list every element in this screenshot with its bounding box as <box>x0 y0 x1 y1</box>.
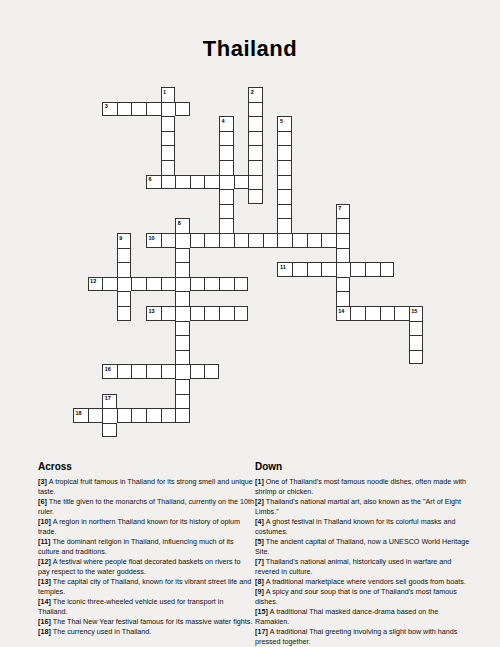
clue-item: [6] The title given to the monarchs of T… <box>38 497 254 517</box>
clue-item: [15] A traditional Thai masked dance-dra… <box>255 607 471 627</box>
grid-cell[interactable] <box>277 233 292 248</box>
clue-number: 11 <box>280 264 286 270</box>
grid-cell[interactable] <box>204 233 219 248</box>
clue-number: 18 <box>76 410 82 416</box>
grid-cell[interactable] <box>175 102 190 117</box>
clue-number: 8 <box>178 220 181 226</box>
grid-cell[interactable] <box>117 277 132 292</box>
grid-cell[interactable] <box>190 277 205 292</box>
grid-cell[interactable] <box>175 248 190 263</box>
grid-cell[interactable] <box>248 160 263 175</box>
grid-cell[interactable] <box>175 364 190 379</box>
grid-cell[interactable] <box>380 306 395 321</box>
grid-cell[interactable] <box>336 291 351 306</box>
grid-cell[interactable] <box>292 262 307 277</box>
grid-cell[interactable] <box>161 102 176 117</box>
grid-cell[interactable] <box>219 277 234 292</box>
clue-item: [16] The Thai New Year festival famous f… <box>38 617 254 627</box>
crossword-grid: 123456714891011121315161718 <box>73 87 423 437</box>
grid-cell[interactable] <box>117 408 132 423</box>
grid-cell[interactable] <box>131 408 146 423</box>
grid-cell[interactable] <box>175 379 190 394</box>
grid-cell[interactable] <box>365 306 380 321</box>
grid-cell[interactable] <box>190 306 205 321</box>
grid-cell[interactable] <box>277 175 292 190</box>
clue-number: 7 <box>338 205 341 211</box>
grid-cell[interactable] <box>88 408 103 423</box>
grid-cell[interactable] <box>204 277 219 292</box>
clue-section: Across [3] A tropical fruit famous in Th… <box>0 461 500 641</box>
grid-cell[interactable] <box>190 175 205 190</box>
grid-cell[interactable] <box>175 335 190 350</box>
grid-cell[interactable] <box>161 145 176 160</box>
grid-cell[interactable] <box>161 175 176 190</box>
grid-cell[interactable]: 11 <box>277 262 292 277</box>
grid-cell[interactable] <box>277 218 292 233</box>
grid-cell[interactable] <box>175 321 190 336</box>
grid-cell[interactable]: 12 <box>88 277 103 292</box>
grid-cell[interactable] <box>131 102 146 117</box>
grid-cell[interactable]: 9 <box>117 233 132 248</box>
grid-cell[interactable] <box>219 233 234 248</box>
clue-number: 10 <box>149 235 155 241</box>
clue-number: 17 <box>105 395 111 401</box>
grid-cell[interactable] <box>234 233 249 248</box>
grid-cell[interactable]: 4 <box>219 116 234 131</box>
clue-number: 2 <box>251 89 254 95</box>
grid-cell[interactable]: 17 <box>102 394 117 409</box>
grid-cell[interactable] <box>336 262 351 277</box>
clue-number: 6 <box>149 176 152 182</box>
grid-cell[interactable] <box>248 116 263 131</box>
grid-cell[interactable] <box>161 277 176 292</box>
grid-cell[interactable] <box>131 364 146 379</box>
clue-item: [13] The capital city of Thailand, known… <box>38 577 254 597</box>
grid-cell[interactable] <box>219 175 234 190</box>
grid-cell[interactable] <box>161 160 176 175</box>
grid-cell[interactable] <box>102 408 117 423</box>
grid-cell[interactable] <box>277 145 292 160</box>
clue-number: 15 <box>411 308 417 314</box>
grid-cell[interactable] <box>117 248 132 263</box>
grid-cell[interactable] <box>263 233 278 248</box>
grid-cell[interactable] <box>161 306 176 321</box>
grid-cell[interactable] <box>219 189 234 204</box>
grid-cell[interactable] <box>161 233 176 248</box>
clue-item: [2] Thailand's national martial art, als… <box>255 497 471 517</box>
grid-cell[interactable] <box>102 277 117 292</box>
grid-cell[interactable] <box>102 423 117 438</box>
grid-cell[interactable] <box>248 145 263 160</box>
grid-cell[interactable] <box>248 233 263 248</box>
grid-cell[interactable] <box>380 262 395 277</box>
grid-cell[interactable] <box>204 364 219 379</box>
grid-cell[interactable] <box>307 233 322 248</box>
grid-cell[interactable] <box>365 262 380 277</box>
grid-cell[interactable] <box>175 291 190 306</box>
grid-cell[interactable] <box>409 350 424 365</box>
clue-number: 9 <box>119 235 122 241</box>
clue-item: [18] The currency used in Thailand. <box>38 627 254 637</box>
grid-cell[interactable]: 14 <box>336 306 351 321</box>
grid-cell[interactable]: 1 <box>161 87 176 102</box>
grid-cell[interactable] <box>277 189 292 204</box>
clue-item: [5] The ancient capital of Thailand, now… <box>255 537 471 557</box>
grid-cell[interactable] <box>307 262 322 277</box>
clue-item: [10] A region in northern Thailand known… <box>38 517 254 537</box>
grid-cell[interactable]: 10 <box>146 233 161 248</box>
grid-cell[interactable] <box>204 306 219 321</box>
clue-item: [11] The dominant religion in Thailand, … <box>38 537 254 557</box>
grid-cell[interactable] <box>219 131 234 146</box>
grid-cell[interactable] <box>336 218 351 233</box>
grid-cell[interactable] <box>161 364 176 379</box>
down-header: Down <box>255 461 471 472</box>
grid-cell[interactable] <box>248 175 263 190</box>
clue-item: [1] One of Thailand's most famous noodle… <box>255 477 471 497</box>
clue-item: [9] A spicy and sour soup that is one of… <box>255 587 471 607</box>
clue-item: [7] Thailand's national animal, historic… <box>255 557 471 577</box>
grid-cell[interactable] <box>277 160 292 175</box>
grid-cell[interactable] <box>117 364 132 379</box>
grid-cell[interactable]: 8 <box>175 218 190 233</box>
grid-cell[interactable] <box>117 306 132 321</box>
grid-cell[interactable]: 16 <box>102 364 117 379</box>
grid-cell[interactable] <box>321 262 336 277</box>
puzzle-title: Thailand <box>0 36 500 62</box>
clue-item: [3] A tropical fruit famous in Thailand … <box>38 477 254 497</box>
grid-cell[interactable] <box>146 277 161 292</box>
grid-cell[interactable] <box>234 277 249 292</box>
grid-cell[interactable] <box>219 160 234 175</box>
clue-item: [17] A traditional Thai greeting involvi… <box>255 627 471 647</box>
grid-cell[interactable] <box>190 364 205 379</box>
grid-cell[interactable]: 6 <box>146 175 161 190</box>
grid-cell[interactable] <box>336 277 351 292</box>
grid-cell[interactable]: 18 <box>73 408 88 423</box>
grid-cell[interactable] <box>350 262 365 277</box>
grid-cell[interactable]: 5 <box>277 116 292 131</box>
clue-number: 14 <box>338 308 344 314</box>
clue-item: [12] A festival where people float decor… <box>38 557 254 577</box>
down-clues-column: Down [1] One of Thailand's most famous n… <box>255 461 471 647</box>
grid-cell[interactable] <box>175 175 190 190</box>
down-clue-list: [1] One of Thailand's most famous noodle… <box>255 477 471 647</box>
grid-cell[interactable]: 13 <box>146 306 161 321</box>
grid-cell[interactable] <box>131 277 146 292</box>
grid-cell[interactable] <box>175 277 190 292</box>
grid-cell[interactable] <box>219 145 234 160</box>
grid-cell[interactable] <box>161 408 176 423</box>
clue-number: 16 <box>105 366 111 372</box>
grid-cell[interactable] <box>248 189 263 204</box>
grid-cell[interactable] <box>190 233 205 248</box>
clue-item: [8] A traditional marketplace where vend… <box>255 577 471 587</box>
grid-cell[interactable] <box>248 102 263 117</box>
grid-cell[interactable] <box>175 262 190 277</box>
grid-cell[interactable] <box>117 291 132 306</box>
grid-cell[interactable] <box>234 175 249 190</box>
grid-cell[interactable] <box>219 204 234 219</box>
grid-cell[interactable]: 7 <box>336 204 351 219</box>
grid-cell[interactable] <box>219 306 234 321</box>
grid-cell[interactable] <box>394 306 409 321</box>
grid-cell[interactable]: 3 <box>102 102 117 117</box>
grid-cell[interactable] <box>350 306 365 321</box>
grid-cell[interactable] <box>117 102 132 117</box>
clue-number: 3 <box>105 103 108 109</box>
grid-cell[interactable]: 2 <box>248 87 263 102</box>
grid-cell[interactable] <box>292 233 307 248</box>
grid-cell[interactable] <box>117 262 132 277</box>
clue-number: 1 <box>163 89 166 95</box>
clue-number: 12 <box>90 278 96 284</box>
clue-number: 5 <box>280 118 283 124</box>
grid-cell[interactable]: 15 <box>409 306 424 321</box>
grid-cell[interactable] <box>161 131 176 146</box>
grid-cell[interactable] <box>146 364 161 379</box>
grid-cell[interactable] <box>409 335 424 350</box>
grid-cell[interactable] <box>146 102 161 117</box>
grid-cell[interactable] <box>204 175 219 190</box>
across-clues-column: Across [3] A tropical fruit famous in Th… <box>38 461 254 637</box>
grid-cell[interactable] <box>161 116 176 131</box>
grid-cell[interactable] <box>336 233 351 248</box>
grid-cell[interactable] <box>277 131 292 146</box>
grid-cell[interactable] <box>248 131 263 146</box>
grid-cell[interactable] <box>175 350 190 365</box>
grid-cell[interactable] <box>175 233 190 248</box>
grid-cell[interactable] <box>146 408 161 423</box>
clue-number: 13 <box>149 308 155 314</box>
grid-cell[interactable] <box>321 233 336 248</box>
grid-cell[interactable] <box>175 408 190 423</box>
grid-cell[interactable] <box>277 204 292 219</box>
grid-cell[interactable] <box>409 321 424 336</box>
grid-cell[interactable] <box>336 248 351 263</box>
clue-item: [4] A ghost festival in Thailand known f… <box>255 517 471 537</box>
clue-number: 4 <box>222 118 225 124</box>
grid-cell[interactable] <box>234 306 249 321</box>
grid-cell[interactable] <box>219 218 234 233</box>
clue-item: [14] The iconic three-wheeled vehicle us… <box>38 597 254 617</box>
grid-cell[interactable] <box>175 394 190 409</box>
across-clue-list: [3] A tropical fruit famous in Thailand … <box>38 477 254 637</box>
across-header: Across <box>38 461 254 472</box>
grid-cell[interactable] <box>175 306 190 321</box>
